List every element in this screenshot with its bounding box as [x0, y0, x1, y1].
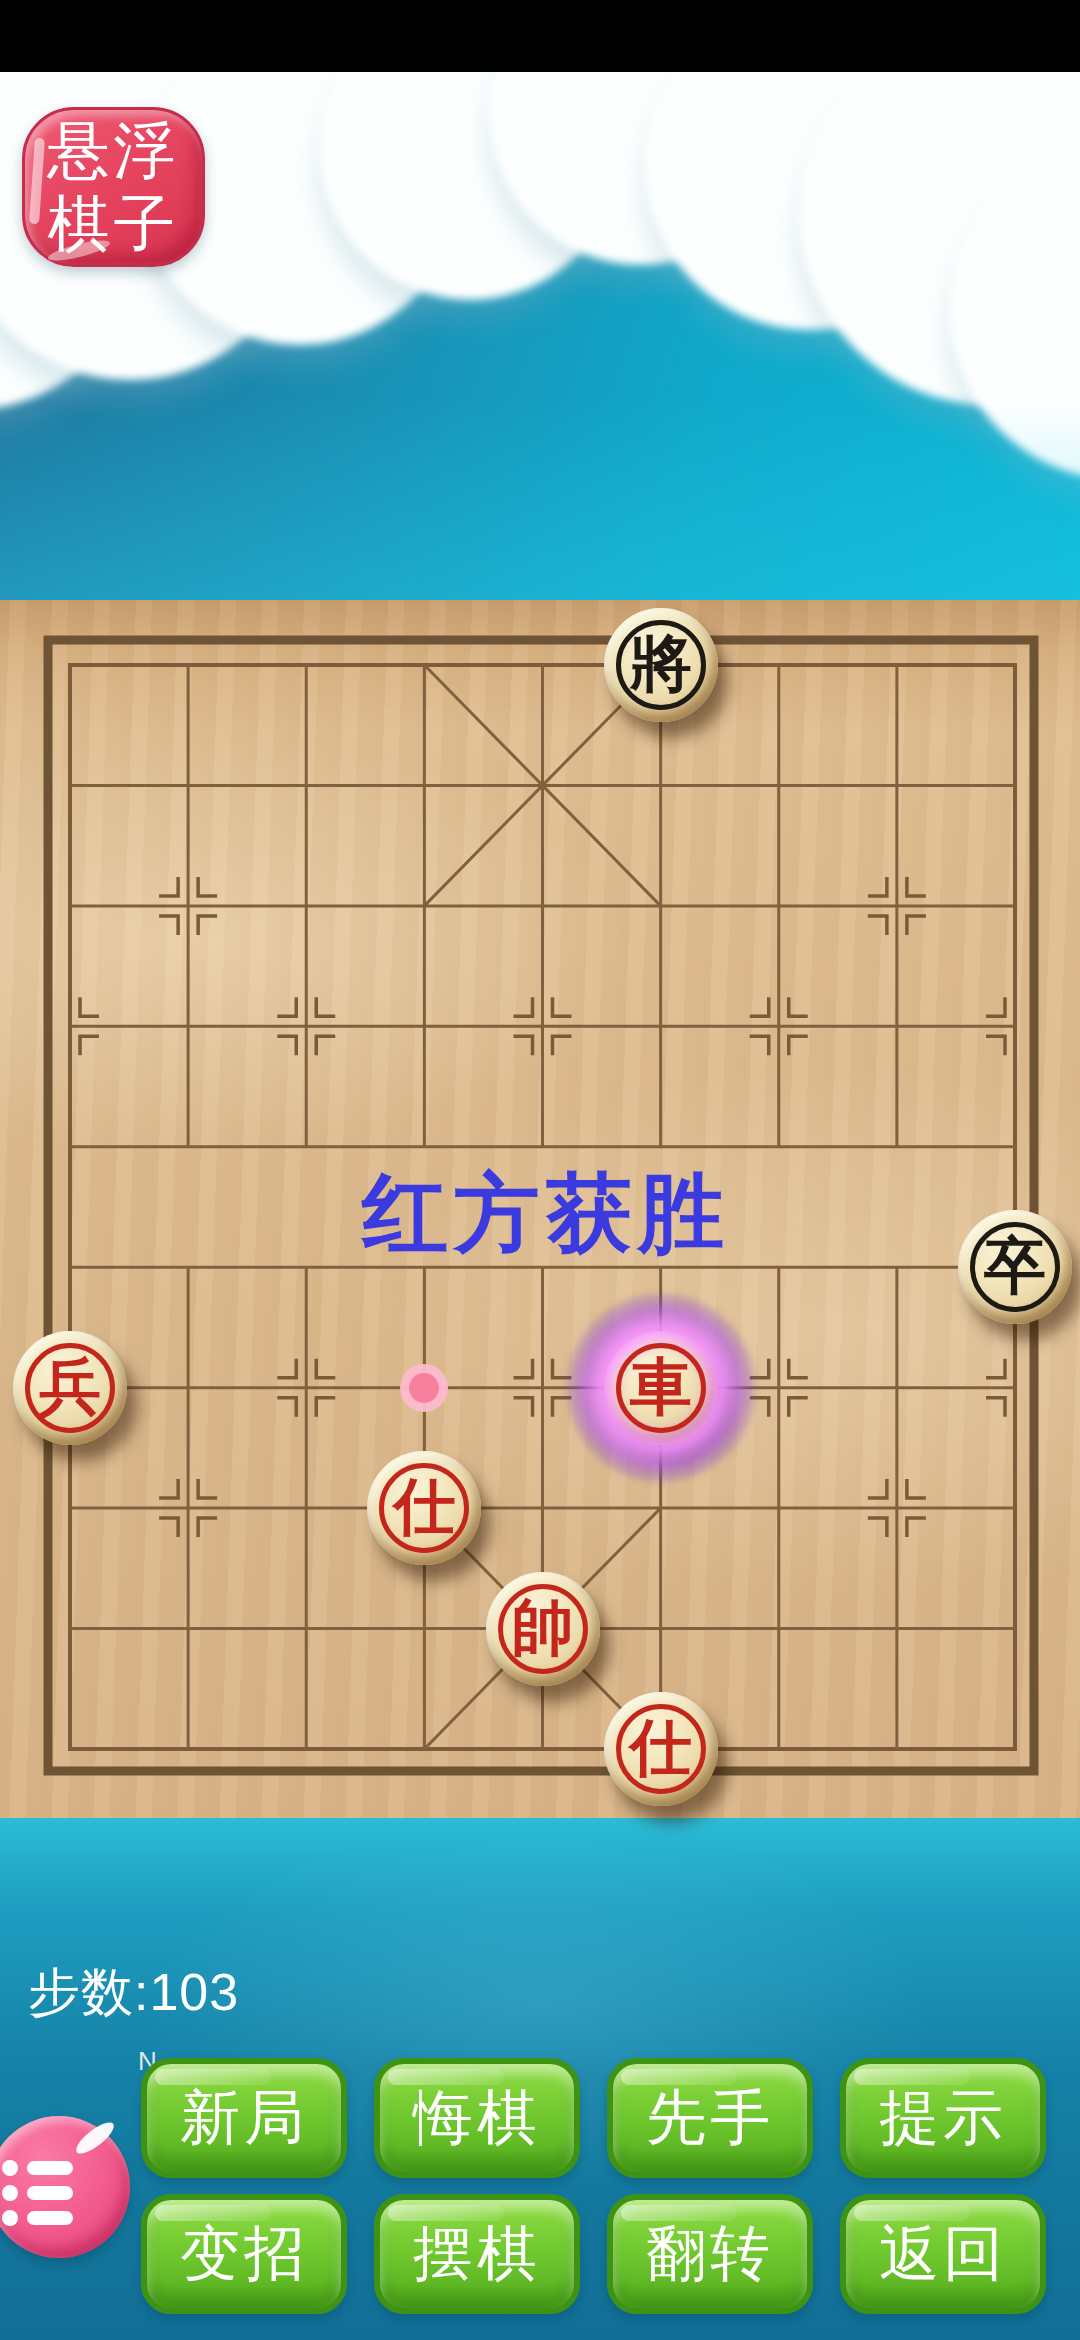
new-game-button[interactable]: 新局 [141, 2058, 347, 2178]
piece-character: 將 [630, 633, 692, 695]
action-button-grid: 新局 悔棋 先手 提示 变招 摆棋 翻转 返回 [141, 2058, 1047, 2316]
setup-board-button[interactable]: 摆棋 [374, 2194, 580, 2314]
xiangqi-board[interactable]: 红方获胜 將卒兵車仕帥仕 [0, 600, 1080, 1818]
piece-character: 卒 [984, 1235, 1046, 1297]
piece-character: 仕 [393, 1476, 455, 1538]
undo-move-button[interactable]: 悔棋 [374, 2058, 580, 2178]
piece-character: 仕 [630, 1717, 692, 1779]
cloud-shape [0, 72, 140, 410]
bottom-panel: 步数:103 N 新局 悔棋 先手 提示 变招 摆棋 翻转 返回 [0, 1818, 1080, 2340]
cloud-shape [645, 72, 975, 330]
red-soldier-piece[interactable]: 兵 [13, 1331, 127, 1445]
red-chariot-piece[interactable]: 車 [604, 1331, 718, 1445]
black-general-piece[interactable]: 將 [604, 608, 718, 722]
sky-background: 悬浮 棋子 [0, 72, 1080, 600]
piece-character: 車 [630, 1356, 692, 1418]
first-move-button[interactable]: 先手 [607, 2058, 813, 2178]
red-advisor-1-piece[interactable]: 仕 [367, 1451, 481, 1565]
flip-board-button[interactable]: 翻转 [607, 2194, 813, 2314]
red-general-piece[interactable]: 帥 [486, 1572, 600, 1686]
cloud-shape [0, 72, 305, 380]
status-bar [0, 0, 1080, 72]
cloud-shape [800, 72, 1080, 405]
last-move-dot [400, 1364, 448, 1412]
cloud-shape [950, 140, 1080, 480]
cloud-shape [140, 72, 460, 345]
black-soldier-piece[interactable]: 卒 [958, 1210, 1072, 1324]
app-screen: 悬浮 棋子 红方获胜 將卒兵車仕帥仕 步数:103 N 新局 悔棋 先手 提示 … [0, 0, 1080, 2340]
floating-pieces-button[interactable]: 悬浮 棋子 [22, 107, 205, 267]
cloud-band [0, 72, 1080, 222]
result-banner: 红方获胜 [6, 1156, 1080, 1273]
menu-list-icon [2, 2160, 73, 2226]
back-button[interactable]: 返回 [840, 2194, 1046, 2314]
cloud-shape [490, 72, 790, 265]
red-advisor-2-piece[interactable]: 仕 [604, 1692, 718, 1806]
floating-pieces-label-line2: 棋子 [48, 187, 180, 260]
floating-pieces-label-line1: 悬浮 [48, 114, 180, 187]
cloud-shape [320, 72, 620, 300]
piece-character: 兵 [39, 1356, 101, 1418]
piece-character: 帥 [512, 1597, 574, 1659]
menu-button[interactable] [0, 2116, 130, 2258]
step-counter: 步数:103 [28, 1958, 239, 2028]
change-move-button[interactable]: 变招 [141, 2194, 347, 2314]
hint-button[interactable]: 提示 [840, 2058, 1046, 2178]
